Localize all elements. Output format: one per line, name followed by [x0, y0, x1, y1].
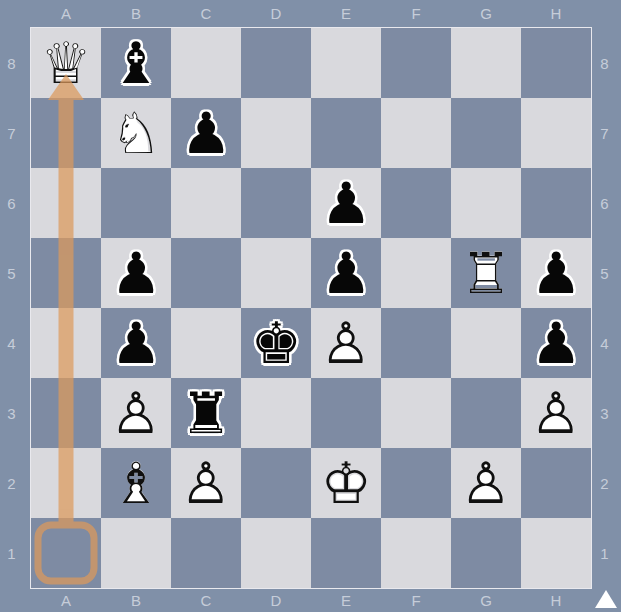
square-d4[interactable]: ♚ [241, 308, 311, 378]
square-c1[interactable] [171, 518, 241, 588]
square-a1[interactable] [31, 518, 101, 588]
piece-black-pawn[interactable]: ♟ [521, 308, 591, 378]
square-g1[interactable] [451, 518, 521, 588]
square-h2[interactable] [521, 448, 591, 518]
square-f4[interactable] [381, 308, 451, 378]
piece-white-knight[interactable]: ♞♘ [101, 98, 171, 168]
square-f1[interactable] [381, 518, 451, 588]
square-f3[interactable] [381, 378, 451, 448]
square-h4[interactable]: ♟ [521, 308, 591, 378]
rank-label: 1 [593, 518, 616, 588]
square-d7[interactable] [241, 98, 311, 168]
rank-label: 4 [0, 308, 23, 378]
square-e8[interactable] [311, 28, 381, 98]
piece-white-pawn[interactable]: ♟♙ [311, 308, 381, 378]
piece-glyph-outline: ♖ [451, 238, 521, 308]
piece-glyph-outline: ♙ [171, 448, 241, 518]
square-h8[interactable] [521, 28, 591, 98]
square-e4[interactable]: ♟♙ [311, 308, 381, 378]
square-b1[interactable] [101, 518, 171, 588]
file-label: F [381, 588, 451, 612]
file-label: E [311, 588, 381, 612]
file-label: E [311, 0, 381, 27]
square-d5[interactable] [241, 238, 311, 308]
piece-glyph-outline: ♘ [101, 98, 171, 168]
square-b2[interactable]: ♝♗ [101, 448, 171, 518]
square-b6[interactable] [101, 168, 171, 238]
piece-glyph-outline: ♔ [311, 448, 381, 518]
rank-label: 3 [0, 378, 23, 448]
file-label: B [101, 588, 171, 612]
piece-black-pawn[interactable]: ♟ [171, 98, 241, 168]
piece-white-pawn[interactable]: ♟♙ [521, 378, 591, 448]
square-c7[interactable]: ♟ [171, 98, 241, 168]
rank-label: 7 [593, 98, 616, 168]
file-label: D [241, 588, 311, 612]
chess-board-frame: ABCDEFGH ABCDEFGH 87654321 87654321 ♛♕♝♞… [0, 0, 621, 612]
piece-black-pawn[interactable]: ♟ [101, 238, 171, 308]
piece-black-pawn[interactable]: ♟ [311, 238, 381, 308]
square-b3[interactable]: ♟♙ [101, 378, 171, 448]
square-b8[interactable]: ♝ [101, 28, 171, 98]
file-label: G [451, 0, 521, 27]
piece-glyph-outline: ♙ [451, 448, 521, 518]
square-h6[interactable] [521, 168, 591, 238]
square-a5[interactable] [31, 238, 101, 308]
square-g8[interactable] [451, 28, 521, 98]
piece-glyph-fill: ♜ [171, 378, 241, 448]
square-a7[interactable] [31, 98, 101, 168]
white-to-move-indicator [595, 590, 617, 608]
piece-glyph-fill: ♟ [101, 238, 171, 308]
square-g6[interactable] [451, 168, 521, 238]
square-h3[interactable]: ♟♙ [521, 378, 591, 448]
file-labels-top: ABCDEFGH [31, 0, 591, 27]
file-label: G [451, 588, 521, 612]
piece-glyph-outline: ♙ [521, 378, 591, 448]
piece-glyph-outline: ♙ [101, 378, 171, 448]
rank-label: 3 [593, 378, 616, 448]
rank-labels-left: 87654321 [0, 28, 23, 588]
piece-black-pawn[interactable]: ♟ [521, 238, 591, 308]
square-f8[interactable] [381, 28, 451, 98]
piece-glyph-fill: ♚ [241, 308, 311, 378]
piece-white-queen[interactable]: ♛♕ [31, 28, 101, 98]
square-g7[interactable] [451, 98, 521, 168]
file-labels-bottom: ABCDEFGH [31, 588, 591, 612]
square-g2[interactable]: ♟♙ [451, 448, 521, 518]
square-e1[interactable] [311, 518, 381, 588]
square-a6[interactable] [31, 168, 101, 238]
square-h7[interactable] [521, 98, 591, 168]
rank-label: 6 [593, 168, 616, 238]
square-f2[interactable] [381, 448, 451, 518]
square-h5[interactable]: ♟ [521, 238, 591, 308]
rank-label: 4 [593, 308, 616, 378]
square-e3[interactable] [311, 378, 381, 448]
square-c6[interactable] [171, 168, 241, 238]
piece-glyph-fill: ♟ [311, 238, 381, 308]
square-c2[interactable]: ♟♙ [171, 448, 241, 518]
square-g3[interactable] [451, 378, 521, 448]
file-label: C [171, 0, 241, 27]
square-a3[interactable] [31, 378, 101, 448]
file-label: A [31, 588, 101, 612]
file-label: C [171, 588, 241, 612]
piece-glyph-outline: ♗ [101, 448, 171, 518]
piece-glyph-fill: ♝ [101, 28, 171, 98]
rank-label: 6 [0, 168, 23, 238]
piece-black-king[interactable]: ♚ [241, 308, 311, 378]
square-b7[interactable]: ♞♘ [101, 98, 171, 168]
square-c5[interactable] [171, 238, 241, 308]
rank-label: 8 [0, 28, 23, 98]
piece-white-bishop[interactable]: ♝♗ [101, 448, 171, 518]
square-a2[interactable] [31, 448, 101, 518]
square-e2[interactable]: ♚♔ [311, 448, 381, 518]
square-g5[interactable]: ♜♖ [451, 238, 521, 308]
square-f7[interactable] [381, 98, 451, 168]
file-label: H [521, 588, 591, 612]
square-d6[interactable] [241, 168, 311, 238]
piece-white-king[interactable]: ♚♔ [311, 448, 381, 518]
piece-black-bishop[interactable]: ♝ [101, 28, 171, 98]
piece-glyph-fill: ♟ [521, 308, 591, 378]
square-a8[interactable]: ♛♕ [31, 28, 101, 98]
piece-glyph-outline: ♕ [31, 28, 101, 98]
square-f5[interactable] [381, 238, 451, 308]
rank-label: 2 [0, 448, 23, 518]
piece-white-pawn[interactable]: ♟♙ [101, 378, 171, 448]
square-d1[interactable] [241, 518, 311, 588]
square-c3[interactable]: ♜ [171, 378, 241, 448]
square-d8[interactable] [241, 28, 311, 98]
square-d2[interactable] [241, 448, 311, 518]
rank-label: 5 [0, 238, 23, 308]
piece-black-pawn[interactable]: ♟ [101, 308, 171, 378]
piece-glyph-fill: ♟ [101, 308, 171, 378]
file-label: A [31, 0, 101, 27]
piece-glyph-fill: ♟ [521, 238, 591, 308]
square-b5[interactable]: ♟ [101, 238, 171, 308]
rank-label: 8 [593, 28, 616, 98]
square-c4[interactable] [171, 308, 241, 378]
file-label: D [241, 0, 311, 27]
rank-label: 2 [593, 448, 616, 518]
piece-white-rook[interactable]: ♜♖ [451, 238, 521, 308]
rank-label: 1 [0, 518, 23, 588]
piece-glyph-fill: ♟ [311, 168, 381, 238]
rank-label: 5 [593, 238, 616, 308]
piece-black-rook[interactable]: ♜ [171, 378, 241, 448]
rank-labels-right: 87654321 [593, 28, 616, 588]
square-h1[interactable] [521, 518, 591, 588]
rank-label: 7 [0, 98, 23, 168]
piece-white-pawn[interactable]: ♟♙ [171, 448, 241, 518]
square-f6[interactable] [381, 168, 451, 238]
square-a4[interactable] [31, 308, 101, 378]
piece-glyph-fill: ♟ [171, 98, 241, 168]
square-e7[interactable] [311, 98, 381, 168]
square-c8[interactable] [171, 28, 241, 98]
piece-white-pawn[interactable]: ♟♙ [451, 448, 521, 518]
file-label: F [381, 0, 451, 27]
file-label: B [101, 0, 171, 27]
square-d3[interactable] [241, 378, 311, 448]
square-e5[interactable]: ♟ [311, 238, 381, 308]
square-b4[interactable]: ♟ [101, 308, 171, 378]
board: ♛♕♝♞♘♟♟♟♟♜♖♟♟♚♟♙♟♟♙♜♟♙♝♗♟♙♚♔♟♙ [30, 27, 592, 589]
piece-glyph-outline: ♙ [311, 308, 381, 378]
square-g4[interactable] [451, 308, 521, 378]
square-e6[interactable]: ♟ [311, 168, 381, 238]
piece-black-pawn[interactable]: ♟ [311, 168, 381, 238]
file-label: H [521, 0, 591, 27]
